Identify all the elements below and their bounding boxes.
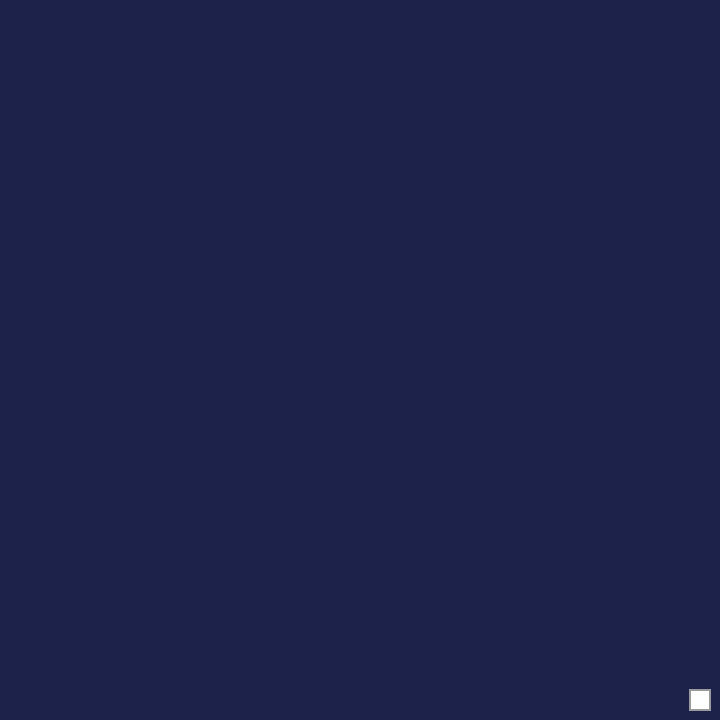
chess-board-window	[0, 0, 720, 720]
rank-labels-left	[0, 40, 40, 680]
file-labels-bottom	[40, 680, 680, 720]
board	[40, 40, 680, 680]
rank-labels-right	[680, 40, 720, 680]
white-to-move-indicator	[689, 689, 711, 711]
file-labels-top	[40, 0, 680, 40]
